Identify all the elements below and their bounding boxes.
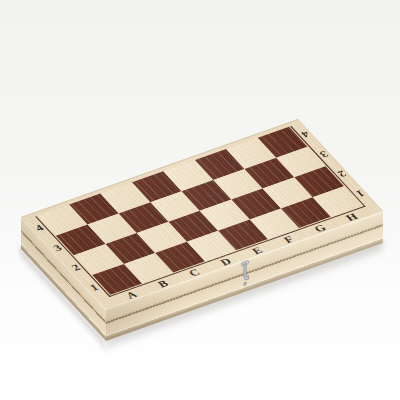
clasp-latch-icon xyxy=(239,258,251,288)
product-photo: 4321 4321 ABCDEFGH xyxy=(0,0,400,400)
